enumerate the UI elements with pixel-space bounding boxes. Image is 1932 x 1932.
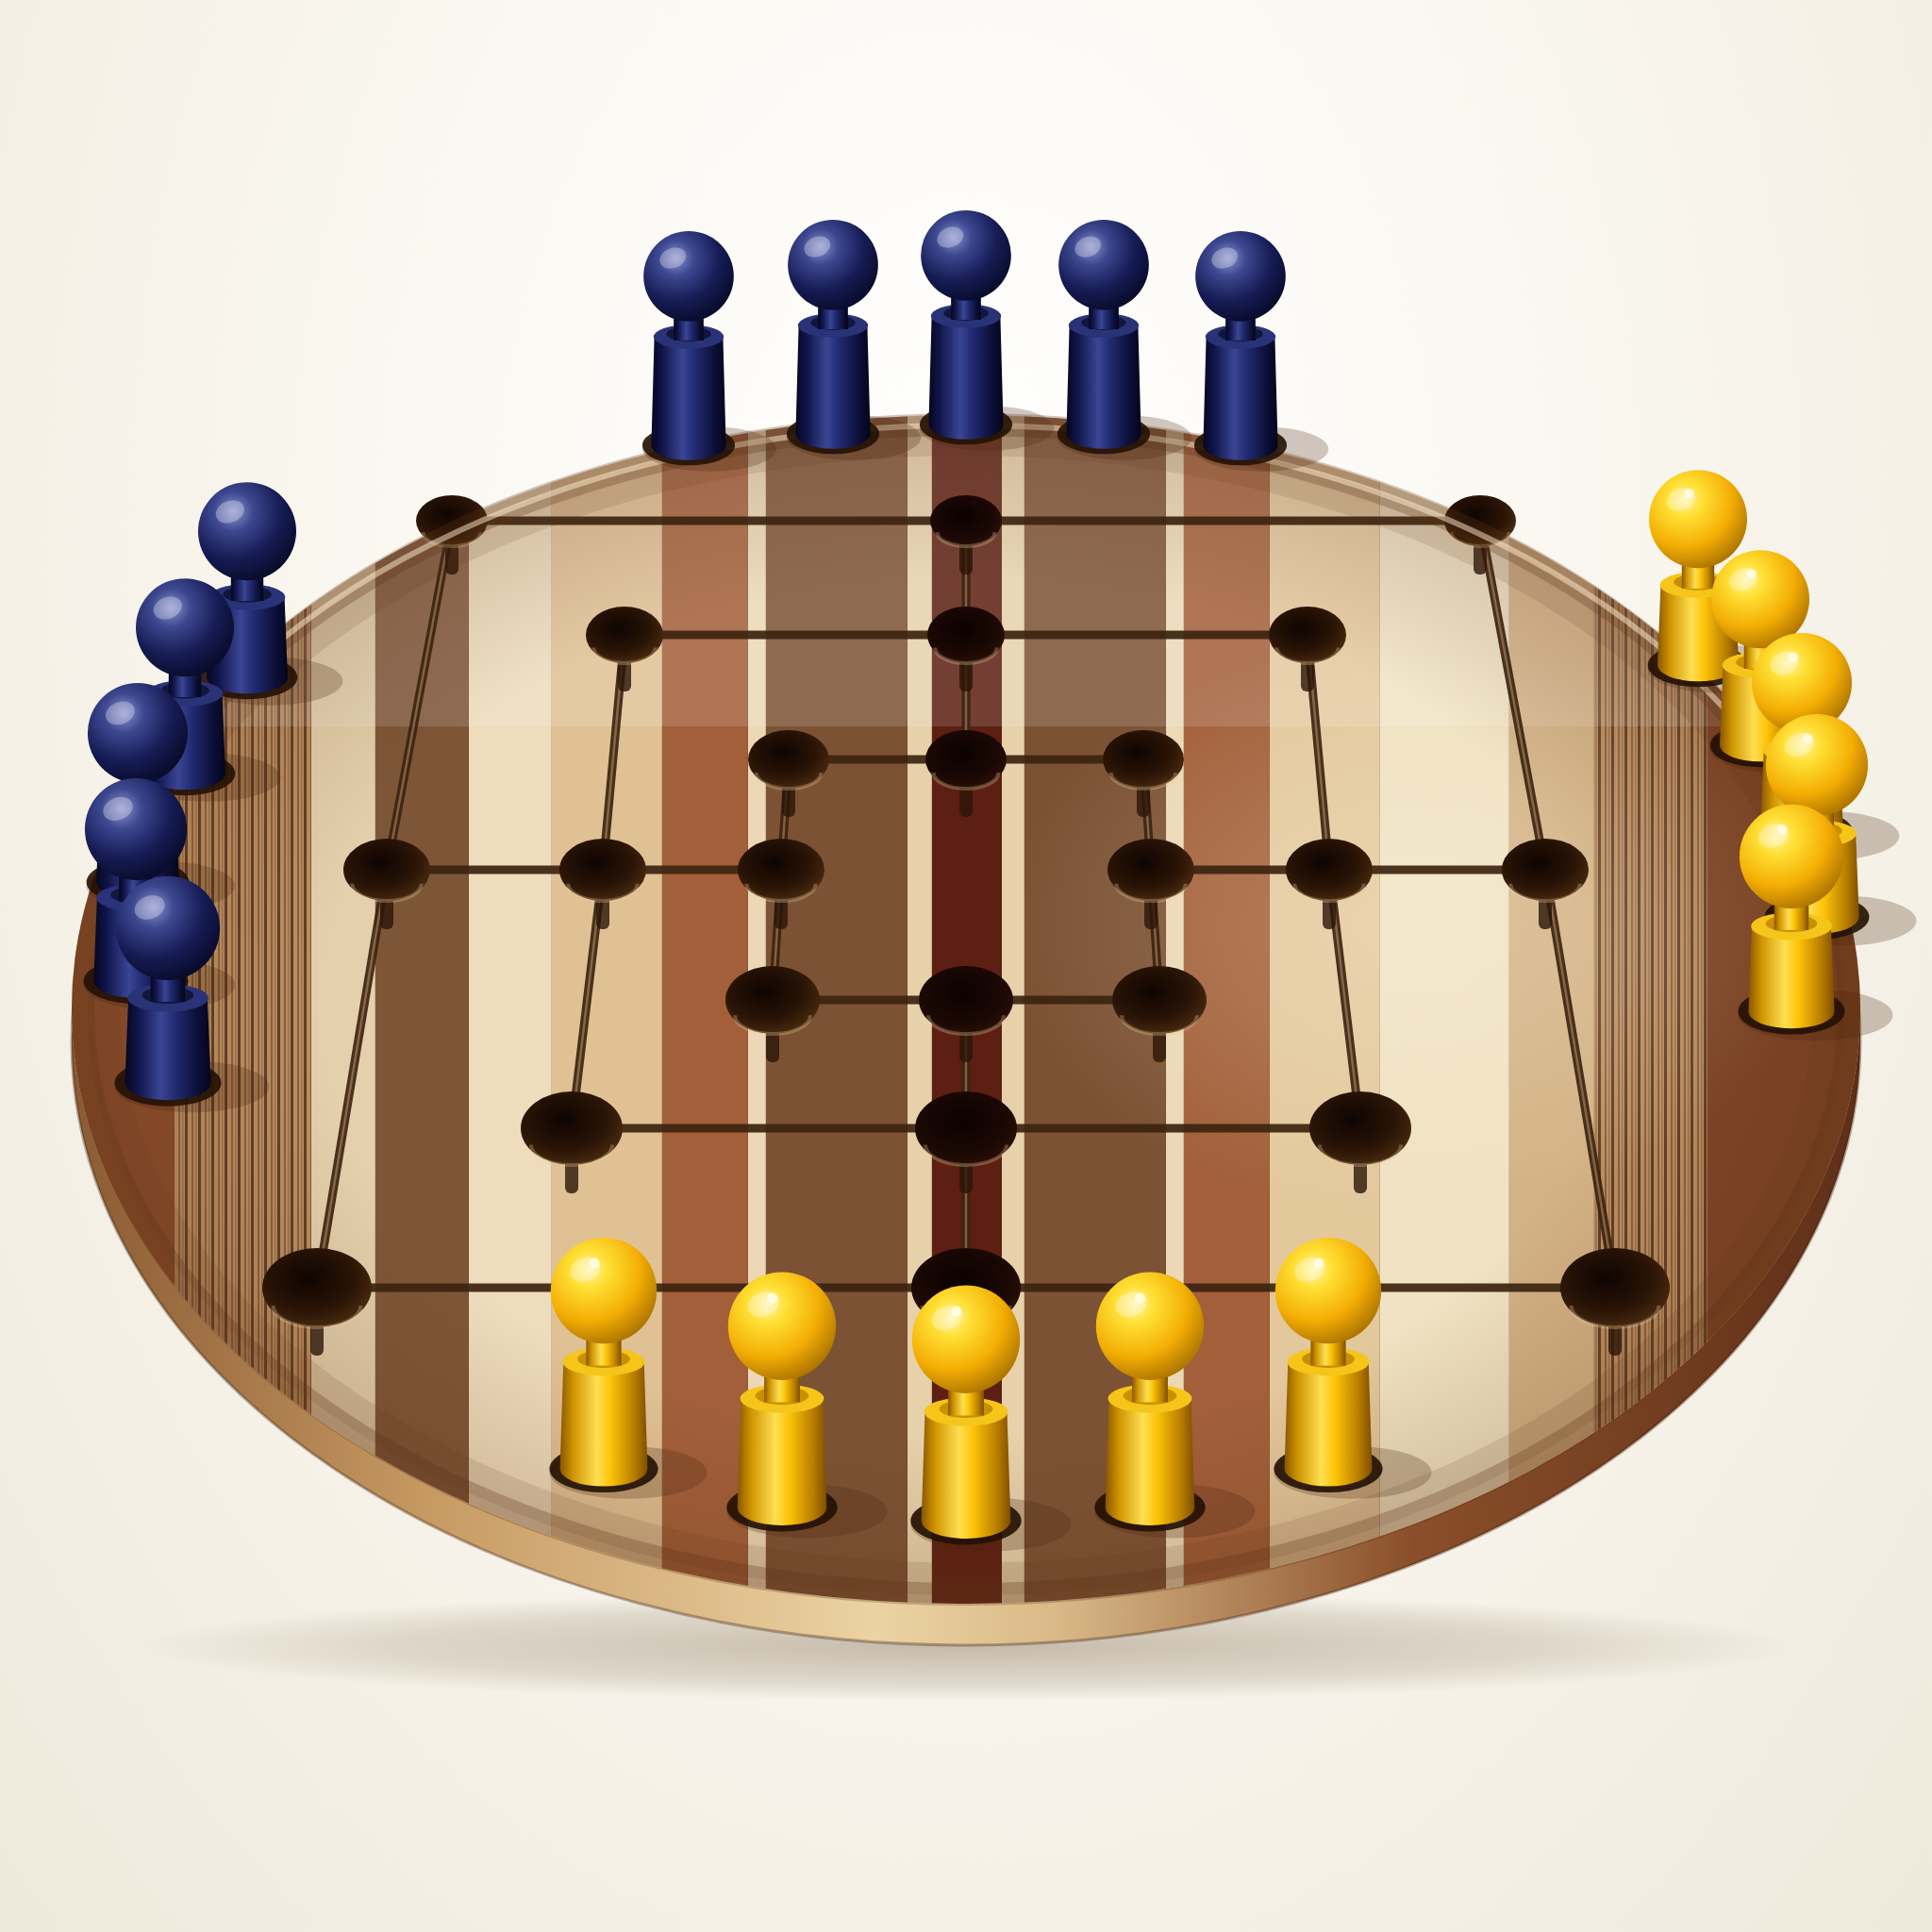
peg-blue-3[interactable] xyxy=(920,210,1054,451)
peg-ball-specular xyxy=(1803,733,1813,743)
peg-ball xyxy=(198,482,296,580)
peg-ball xyxy=(1096,1272,1204,1379)
peg-ball xyxy=(85,778,187,880)
peg-ball xyxy=(1740,805,1843,908)
peg-ball-specular xyxy=(767,1292,777,1303)
morris-board-photo xyxy=(0,0,1932,1932)
peg-ball xyxy=(921,210,1011,301)
peg-ball xyxy=(1195,231,1286,322)
scene xyxy=(0,0,1932,1932)
peg-ball xyxy=(728,1272,836,1379)
peg-ball-specular xyxy=(1135,1292,1145,1303)
peg-ball xyxy=(912,1285,1020,1392)
peg-ball xyxy=(1766,714,1868,816)
peg-blue-5[interactable] xyxy=(1194,231,1328,472)
peg-ball xyxy=(1275,1238,1381,1343)
peg-ball xyxy=(1711,550,1809,648)
peg-ball xyxy=(116,876,220,980)
peg-ball-specular xyxy=(1788,652,1798,662)
peg-ball xyxy=(136,578,234,676)
peg-blue-4[interactable] xyxy=(1058,220,1191,460)
peg-ball xyxy=(788,220,878,310)
peg-ball-specular xyxy=(1746,569,1756,578)
peg-ball-specular xyxy=(1777,824,1788,835)
peg-ball xyxy=(88,683,188,783)
peg-ball-specular xyxy=(951,1306,961,1316)
peg-ball xyxy=(551,1238,657,1343)
peg-ball-specular xyxy=(1684,489,1693,498)
peg-ball-specular xyxy=(1313,1257,1324,1268)
peg-ball-specular xyxy=(589,1257,599,1268)
peg-blue-2[interactable] xyxy=(787,220,921,460)
peg-ball xyxy=(1058,220,1149,310)
peg-ball xyxy=(643,231,734,322)
peg-ball xyxy=(1649,470,1747,568)
peg-blue-1[interactable] xyxy=(642,231,776,472)
